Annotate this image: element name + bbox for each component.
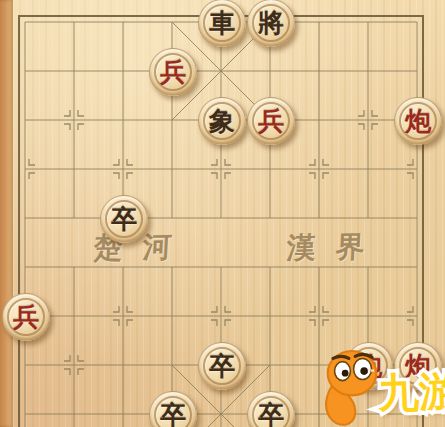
piece-red-soldier[interactable]: 兵 [247,97,295,145]
piece-red-soldier[interactable]: 兵 [149,48,197,96]
piece-glyph: 卒 [111,206,137,232]
piece-red-cannon[interactable]: 炮 [394,97,442,145]
watermark-text: 九游 九游 [377,371,445,415]
piece-glyph: 車 [209,10,235,36]
piece-glyph: 卒 [209,353,235,379]
piece-glyph: 炮 [405,108,431,134]
piece-glyph: 卒 [258,402,284,427]
piece-black-soldier[interactable]: 卒 [100,195,148,243]
jiuyou-watermark: ™ 九游 九游 [320,346,445,427]
piece-black-soldier[interactable]: 卒 [198,342,246,390]
piece-glyph: 兵 [258,108,284,134]
piece-glyph: 兵 [160,59,186,85]
piece-glyph: 將 [258,10,284,36]
piece-glyph: 象 [209,108,235,134]
piece-black-soldier[interactable]: 卒 [247,391,295,427]
piece-black-elephant[interactable]: 象 [198,97,246,145]
piece-black-chariot[interactable]: 車 [198,0,246,47]
xiangqi-board-screenshot: 楚河 漢界 車將象兵兵炮卒兵卒炮炮卒卒 ™ 九游 九游 [0,0,445,427]
piece-black-general[interactable]: 將 [247,0,295,47]
piece-glyph: 卒 [160,402,186,427]
trademark-symbol: ™ [367,368,376,378]
piece-glyph: 兵 [13,304,39,330]
piece-red-soldier[interactable]: 兵 [2,293,50,341]
jiuyou-mascot-icon [320,350,384,426]
piece-black-soldier[interactable]: 卒 [149,391,197,427]
